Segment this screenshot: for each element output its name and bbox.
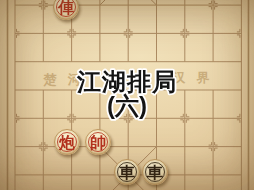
caption-overlay: 江湖排局 (六) <box>0 0 254 190</box>
xiangqi-board[interactable]: 楚 河 汉 界 俥 炮 帥 車 車 江湖排局 (六) <box>0 0 254 190</box>
puzzle-title-line2: (六) <box>107 92 147 119</box>
puzzle-title-line1: 江湖排局 <box>76 68 177 95</box>
